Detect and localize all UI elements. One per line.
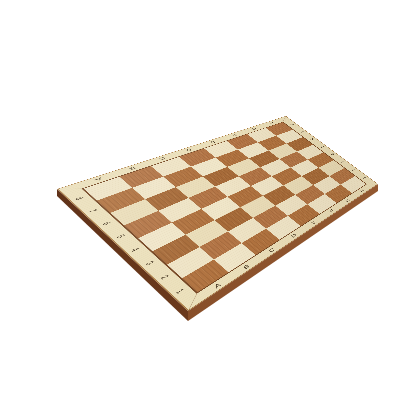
rank-label-far-4: 4 bbox=[323, 149, 342, 159]
frame-mitre-joint bbox=[57, 189, 82, 190]
product-photo-stage: ABCDEFGH ABCDEFGH 12345678 12345678 bbox=[0, 0, 400, 400]
chessboard: ABCDEFGH ABCDEFGH 12345678 12345678 bbox=[57, 116, 378, 311]
rank-label-far-7: 7 bbox=[292, 127, 312, 136]
rank-label-far-1: 1 bbox=[355, 172, 373, 184]
rank-label-far-3: 3 bbox=[333, 157, 352, 168]
rank-label-far-6: 6 bbox=[302, 134, 322, 144]
rank-label-far-8: 8 bbox=[282, 120, 302, 129]
rank-label-far-5: 5 bbox=[312, 142, 331, 152]
rank-label-far-2: 2 bbox=[344, 164, 363, 175]
